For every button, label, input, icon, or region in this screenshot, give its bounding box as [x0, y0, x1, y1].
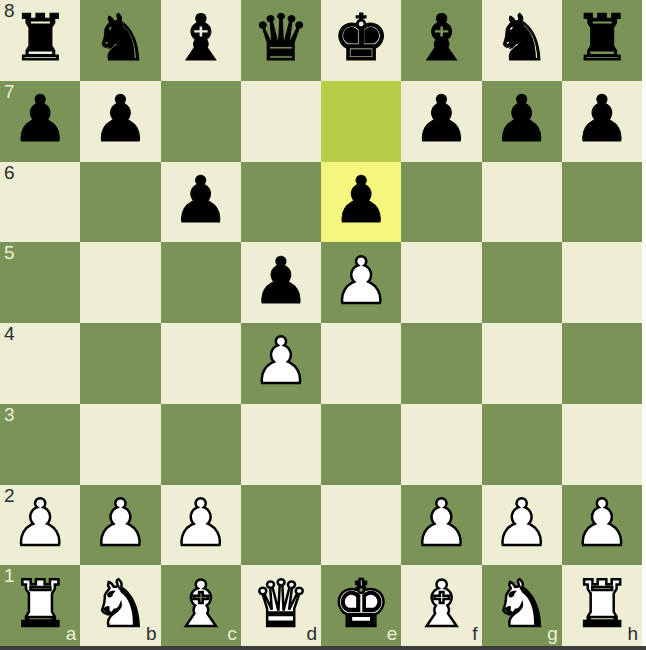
black-pawn[interactable]: ♟ [92, 87, 149, 151]
white-knight[interactable]: ♞ [92, 572, 149, 636]
square-f1[interactable]: f♝ [401, 565, 481, 646]
file-label-f: f [472, 623, 477, 646]
white-bishop[interactable]: ♝ [413, 572, 470, 636]
square-g7[interactable]: ♟ [482, 81, 562, 162]
black-bishop[interactable]: ♝ [172, 6, 229, 70]
black-pawn[interactable]: ♟ [413, 87, 470, 151]
square-d2[interactable] [241, 485, 321, 566]
square-b5[interactable] [80, 242, 160, 323]
square-g6[interactable] [482, 162, 562, 243]
black-bishop[interactable]: ♝ [413, 6, 470, 70]
square-b4[interactable] [80, 323, 160, 404]
rank-label-6: 6 [4, 163, 15, 184]
square-h5[interactable] [562, 242, 642, 323]
square-d3[interactable] [241, 404, 321, 485]
square-e7[interactable] [321, 81, 401, 162]
square-a4[interactable]: 4 [0, 323, 80, 404]
square-a2[interactable]: 2♟ [0, 485, 80, 566]
white-pawn[interactable]: ♟ [332, 249, 389, 313]
white-rook[interactable]: ♜ [573, 572, 630, 636]
square-c1[interactable]: c♝ [161, 565, 241, 646]
square-b7[interactable]: ♟ [80, 81, 160, 162]
chess-board: 8♜♞♝♛♚♝♞♜7♟♟♟♟♟6♟♟5♟♟4♟32♟♟♟♟♟♟1a♜b♞c♝d♛… [0, 0, 642, 646]
black-king[interactable]: ♚ [332, 6, 389, 70]
bottom-edge-strip [0, 646, 646, 650]
square-e1[interactable]: e♚ [321, 565, 401, 646]
black-queen[interactable]: ♛ [252, 6, 309, 70]
square-h1[interactable]: h♜ [562, 565, 642, 646]
white-pawn[interactable]: ♟ [92, 491, 149, 555]
white-pawn[interactable]: ♟ [11, 491, 68, 555]
square-a1[interactable]: 1a♜ [0, 565, 80, 646]
square-a3[interactable]: 3 [0, 404, 80, 485]
square-c7[interactable] [161, 81, 241, 162]
square-c2[interactable]: ♟ [161, 485, 241, 566]
square-c4[interactable] [161, 323, 241, 404]
square-h6[interactable] [562, 162, 642, 243]
white-pawn[interactable]: ♟ [172, 491, 229, 555]
black-pawn[interactable]: ♟ [11, 87, 68, 151]
black-knight[interactable]: ♞ [493, 6, 550, 70]
square-h8[interactable]: ♜ [562, 0, 642, 81]
square-b1[interactable]: b♞ [80, 565, 160, 646]
square-d4[interactable]: ♟ [241, 323, 321, 404]
white-king[interactable]: ♚ [332, 572, 389, 636]
square-g2[interactable]: ♟ [482, 485, 562, 566]
white-pawn[interactable]: ♟ [573, 491, 630, 555]
chess-app-screen: 8♜♞♝♛♚♝♞♜7♟♟♟♟♟6♟♟5♟♟4♟32♟♟♟♟♟♟1a♜b♞c♝d♛… [0, 0, 646, 650]
square-d5[interactable]: ♟ [241, 242, 321, 323]
square-f7[interactable]: ♟ [401, 81, 481, 162]
white-pawn[interactable]: ♟ [493, 491, 550, 555]
rank-label-4: 4 [4, 324, 15, 345]
square-a8[interactable]: 8♜ [0, 0, 80, 81]
black-pawn[interactable]: ♟ [172, 168, 229, 232]
rank-label-5: 5 [4, 243, 15, 264]
square-f6[interactable] [401, 162, 481, 243]
white-queen[interactable]: ♛ [252, 572, 309, 636]
square-d7[interactable] [241, 81, 321, 162]
square-b8[interactable]: ♞ [80, 0, 160, 81]
square-b2[interactable]: ♟ [80, 485, 160, 566]
square-f8[interactable]: ♝ [401, 0, 481, 81]
square-e5[interactable]: ♟ [321, 242, 401, 323]
square-e3[interactable] [321, 404, 401, 485]
square-c6[interactable]: ♟ [161, 162, 241, 243]
white-pawn[interactable]: ♟ [413, 491, 470, 555]
square-e6[interactable]: ♟ [321, 162, 401, 243]
square-h3[interactable] [562, 404, 642, 485]
square-g1[interactable]: g♞ [482, 565, 562, 646]
black-rook[interactable]: ♜ [11, 6, 68, 70]
square-a6[interactable]: 6 [0, 162, 80, 243]
square-b3[interactable] [80, 404, 160, 485]
square-h2[interactable]: ♟ [562, 485, 642, 566]
square-f3[interactable] [401, 404, 481, 485]
square-c8[interactable]: ♝ [161, 0, 241, 81]
black-pawn[interactable]: ♟ [332, 168, 389, 232]
white-knight[interactable]: ♞ [493, 572, 550, 636]
square-c3[interactable] [161, 404, 241, 485]
square-g3[interactable] [482, 404, 562, 485]
white-rook[interactable]: ♜ [11, 572, 68, 636]
square-d6[interactable] [241, 162, 321, 243]
square-e2[interactable] [321, 485, 401, 566]
square-f5[interactable] [401, 242, 481, 323]
square-d1[interactable]: d♛ [241, 565, 321, 646]
square-e8[interactable]: ♚ [321, 0, 401, 81]
square-b6[interactable] [80, 162, 160, 243]
square-h4[interactable] [562, 323, 642, 404]
rank-label-3: 3 [4, 405, 15, 426]
black-knight[interactable]: ♞ [92, 6, 149, 70]
square-g4[interactable] [482, 323, 562, 404]
black-pawn[interactable]: ♟ [573, 87, 630, 151]
black-rook[interactable]: ♜ [573, 6, 630, 70]
square-g5[interactable] [482, 242, 562, 323]
square-d8[interactable]: ♛ [241, 0, 321, 81]
square-a7[interactable]: 7♟ [0, 81, 80, 162]
square-f2[interactable]: ♟ [401, 485, 481, 566]
right-edge-strip [642, 0, 646, 646]
white-pawn[interactable]: ♟ [252, 329, 309, 393]
square-h7[interactable]: ♟ [562, 81, 642, 162]
square-f4[interactable] [401, 323, 481, 404]
square-g8[interactable]: ♞ [482, 0, 562, 81]
white-bishop[interactable]: ♝ [172, 572, 229, 636]
black-pawn[interactable]: ♟ [252, 249, 309, 313]
square-a5[interactable]: 5 [0, 242, 80, 323]
black-pawn[interactable]: ♟ [493, 87, 550, 151]
square-e4[interactable] [321, 323, 401, 404]
square-c5[interactable] [161, 242, 241, 323]
